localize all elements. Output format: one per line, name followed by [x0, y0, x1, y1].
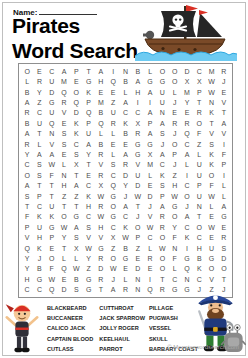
grid-cell[interactable]: O [107, 253, 119, 263]
grid-cell[interactable]: A [144, 128, 156, 138]
grid-cell[interactable]: R [107, 118, 119, 128]
grid-cell[interactable]: A [119, 149, 131, 159]
grid-cell[interactable]: C [132, 108, 144, 118]
grid-cell[interactable]: L [58, 160, 70, 170]
grid-cell[interactable]: S [33, 160, 45, 170]
grid-cell[interactable]: V [144, 212, 156, 222]
grid-cell[interactable]: X [132, 118, 144, 128]
grid-cell[interactable]: Q [107, 181, 119, 191]
grid-cell[interactable]: R [181, 118, 193, 128]
grid-cell[interactable]: X [144, 149, 156, 159]
grid-cell[interactable]: R [169, 118, 181, 128]
grid-cell[interactable]: C [181, 181, 193, 191]
grid-cell[interactable]: H [132, 87, 144, 97]
grid-cell[interactable]: V [218, 128, 230, 138]
grid-cell[interactable]: R [21, 108, 33, 118]
grid-cell[interactable]: C [169, 274, 181, 284]
grid-cell[interactable]: O [156, 66, 168, 76]
grid-cell[interactable]: C [70, 139, 82, 149]
grid-cell[interactable]: R [132, 128, 144, 138]
grid-cell[interactable]: C [21, 160, 33, 170]
grid-cell[interactable]: J [169, 160, 181, 170]
grid-cell[interactable]: C [21, 285, 33, 295]
grid-cell[interactable]: E [119, 139, 131, 149]
grid-cell[interactable]: N [205, 97, 217, 107]
grid-cell[interactable]: P [21, 222, 33, 232]
grid-cell[interactable]: J [218, 76, 230, 86]
grid-cell[interactable]: S [70, 285, 82, 295]
grid-cell[interactable]: W [46, 160, 58, 170]
grid-cell[interactable]: H [33, 233, 45, 243]
grid-cell[interactable]: W [119, 233, 131, 243]
grid-cell[interactable]: K [82, 87, 94, 97]
grid-cell[interactable]: T [95, 285, 107, 295]
grid-cell[interactable]: G [33, 274, 45, 284]
grid-cell[interactable]: L [95, 128, 107, 138]
grid-cell[interactable]: S [70, 233, 82, 243]
grid-cell[interactable]: N [132, 285, 144, 295]
grid-cell[interactable]: G [169, 201, 181, 211]
word-list-item[interactable]: JACK SPARROW [99, 313, 149, 323]
word-list-item[interactable]: CUTLASS [47, 344, 99, 354]
grid-cell[interactable]: G [156, 76, 168, 86]
grid-cell[interactable]: Q [21, 243, 33, 253]
grid-cell[interactable]: B [132, 66, 144, 76]
grid-cell[interactable]: L [181, 160, 193, 170]
grid-cell[interactable]: M [181, 87, 193, 97]
grid-cell[interactable]: V [205, 274, 217, 284]
grid-cell[interactable]: C [181, 139, 193, 149]
grid-cell[interactable]: O [132, 222, 144, 232]
grid-cell[interactable]: B [70, 274, 82, 284]
grid-cell[interactable]: N [169, 243, 181, 253]
grid-cell[interactable]: E [119, 264, 131, 274]
grid-cell[interactable]: G [70, 212, 82, 222]
grid-cell[interactable]: B [33, 264, 45, 274]
grid-cell[interactable]: R [21, 139, 33, 149]
grid-cell[interactable]: O [46, 253, 58, 263]
grid-cell[interactable]: K [205, 149, 217, 159]
grid-cell[interactable]: N [46, 128, 58, 138]
grid-cell[interactable]: J [169, 128, 181, 138]
grid-cell[interactable]: N [132, 274, 144, 284]
grid-cell[interactable]: P [193, 87, 205, 97]
grid-cell[interactable]: K [156, 170, 168, 180]
grid-cell[interactable]: A [144, 87, 156, 97]
grid-cell[interactable]: E [58, 149, 70, 159]
grid-cell[interactable]: E [95, 87, 107, 97]
grid-cell[interactable]: O [169, 66, 181, 76]
grid-cell[interactable]: B [95, 139, 107, 149]
grid-cell[interactable]: D [58, 285, 70, 295]
grid-cell[interactable]: N [119, 66, 131, 76]
grid-cell[interactable]: Q [95, 118, 107, 128]
grid-cell[interactable]: U [46, 201, 58, 211]
grid-cell[interactable]: I [144, 274, 156, 284]
grid-cell[interactable]: W [70, 264, 82, 274]
grid-cell[interactable]: C [46, 66, 58, 76]
grid-cell[interactable]: B [119, 76, 131, 86]
grid-cell[interactable]: T [58, 201, 70, 211]
grid-cell[interactable]: E [205, 212, 217, 222]
grid-cell[interactable]: W [46, 274, 58, 284]
grid-cell[interactable]: I [181, 170, 193, 180]
grid-cell[interactable]: L [107, 149, 119, 159]
grid-cell[interactable]: F [21, 212, 33, 222]
grid-cell[interactable]: R [95, 201, 107, 211]
grid-cell[interactable]: L [144, 243, 156, 253]
grid-cell[interactable]: Z [70, 191, 82, 201]
grid-cell[interactable]: J [33, 253, 45, 263]
grid-cell[interactable]: E [33, 66, 45, 76]
grid-cell[interactable]: V [82, 233, 94, 243]
grid-cell[interactable]: B [21, 118, 33, 128]
grid-cell[interactable]: H [82, 201, 94, 211]
grid-cell[interactable]: N [193, 201, 205, 211]
grid-cell[interactable]: R [119, 285, 131, 295]
grid-cell[interactable]: F [193, 128, 205, 138]
grid-cell[interactable]: G [82, 274, 94, 284]
grid-cell[interactable]: J [169, 97, 181, 107]
grid-cell[interactable]: O [156, 253, 168, 263]
grid-cell[interactable]: G [144, 76, 156, 86]
grid-cell[interactable]: A [70, 222, 82, 232]
grid-cell[interactable]: L [169, 264, 181, 274]
grid-cell[interactable]: A [58, 66, 70, 76]
grid-cell[interactable]: C [33, 201, 45, 211]
grid-cell[interactable]: L [58, 253, 70, 263]
grid-cell[interactable]: Q [70, 97, 82, 107]
grid-cell[interactable]: V [58, 108, 70, 118]
grid-cell[interactable]: Q [58, 87, 70, 97]
grid-cell[interactable]: Q [82, 108, 94, 118]
grid-cell[interactable]: G [205, 253, 217, 263]
grid-cell[interactable]: A [132, 76, 144, 86]
grid-cell[interactable]: D [132, 264, 144, 274]
grid-cell[interactable]: Y [119, 181, 131, 191]
grid-cell[interactable]: S [21, 191, 33, 201]
grid-cell[interactable]: D [144, 191, 156, 201]
grid-cell[interactable]: G [132, 139, 144, 149]
grid-cell[interactable]: J [144, 201, 156, 211]
grid-cell[interactable]: S [82, 222, 94, 232]
grid-cell[interactable]: C [119, 108, 131, 118]
grid-cell[interactable]: U [205, 243, 217, 253]
grid-cell[interactable]: G [132, 149, 144, 159]
grid-cell[interactable]: O [21, 66, 33, 76]
grid-cell[interactable]: E [107, 87, 119, 97]
grid-cell[interactable]: D [218, 253, 230, 263]
grid-cell[interactable]: R [218, 66, 230, 76]
grid-cell[interactable]: L [107, 128, 119, 138]
grid-cell[interactable]: P [46, 233, 58, 243]
grid-cell[interactable]: V [95, 233, 107, 243]
grid-cell[interactable]: E [70, 76, 82, 86]
grid-cell[interactable]: V [205, 128, 217, 138]
grid-cell[interactable]: A [218, 201, 230, 211]
grid-cell[interactable]: K [205, 108, 217, 118]
grid-cell[interactable]: U [193, 191, 205, 201]
grid-cell[interactable]: H [21, 274, 33, 284]
grid-cell[interactable]: W [144, 222, 156, 232]
grid-cell[interactable]: R [193, 108, 205, 118]
grid-cell[interactable]: R [119, 160, 131, 170]
grid-cell[interactable]: L [169, 87, 181, 97]
grid-cell[interactable]: E [169, 108, 181, 118]
grid-cell[interactable]: L [144, 66, 156, 76]
grid-cell[interactable]: C [33, 285, 45, 295]
grid-cell[interactable]: A [107, 285, 119, 295]
grid-cell[interactable]: O [169, 212, 181, 222]
grid-cell[interactable]: G [218, 212, 230, 222]
grid-cell[interactable]: T [193, 97, 205, 107]
grid-cell[interactable]: J [156, 139, 168, 149]
grid-cell[interactable]: G [144, 139, 156, 149]
grid-cell[interactable]: T [218, 274, 230, 284]
grid-cell[interactable]: K [82, 191, 94, 201]
grid-cell[interactable]: Y [21, 149, 33, 159]
grid-cell[interactable]: R [58, 97, 70, 107]
grid-cell[interactable]: W [205, 87, 217, 97]
grid-cell[interactable]: F [169, 233, 181, 243]
grid-cell[interactable]: O [205, 170, 217, 180]
grid-cell[interactable]: F [169, 253, 181, 263]
grid-cell[interactable]: B [95, 108, 107, 118]
grid-cell[interactable]: O [107, 201, 119, 211]
grid-cell[interactable]: G [46, 222, 58, 232]
grid-cell[interactable]: C [82, 181, 94, 191]
grid-cell[interactable]: P [218, 160, 230, 170]
grid-cell[interactable]: K [119, 222, 131, 232]
grid-cell[interactable]: U [107, 108, 119, 118]
grid-cell[interactable]: C [193, 66, 205, 76]
grid-cell[interactable]: Y [21, 253, 33, 263]
grid-cell[interactable]: F [218, 149, 230, 159]
grid-cell[interactable]: W [132, 191, 144, 201]
grid-cell[interactable]: P [82, 97, 94, 107]
grid-cell[interactable]: E [144, 181, 156, 191]
grid-cell[interactable]: W [95, 191, 107, 201]
grid-cell[interactable]: B [193, 253, 205, 263]
grid-cell[interactable]: L [119, 274, 131, 284]
grid-cell[interactable]: Z [107, 97, 119, 107]
grid-cell[interactable]: T [218, 108, 230, 118]
grid-cell[interactable]: E [58, 118, 70, 128]
grid-cell[interactable]: E [58, 274, 70, 284]
grid-cell[interactable]: U [132, 170, 144, 180]
grid-cell[interactable]: E [46, 243, 58, 253]
grid-cell[interactable]: A [119, 201, 131, 211]
grid-cell[interactable]: A [21, 181, 33, 191]
grid-cell[interactable]: P [33, 191, 45, 201]
grid-cell[interactable]: Q [46, 285, 58, 295]
grid-cell[interactable]: K [70, 128, 82, 138]
grid-cell[interactable]: P [132, 233, 144, 243]
grid-cell[interactable]: Z [82, 264, 94, 274]
grid-cell[interactable]: E [218, 87, 230, 97]
grid-cell[interactable]: Y [33, 87, 45, 97]
grid-cell[interactable]: Y [21, 264, 33, 274]
word-list-item[interactable]: CAPTAIN BLOOD [47, 334, 99, 344]
grid-cell[interactable]: O [181, 191, 193, 201]
grid-cell[interactable]: X [70, 243, 82, 253]
grid-cell[interactable]: Y [58, 233, 70, 243]
grid-cell[interactable]: G [82, 76, 94, 86]
grid-cell[interactable]: T [82, 160, 94, 170]
grid-cell[interactable]: R [144, 253, 156, 263]
grid-cell[interactable]: D [46, 87, 58, 97]
grid-cell[interactable]: W [95, 212, 107, 222]
grid-cell[interactable]: A [156, 149, 168, 159]
grid-cell[interactable]: C [107, 170, 119, 180]
grid-cell[interactable]: V [46, 139, 58, 149]
grid-cell[interactable]: Z [169, 170, 181, 180]
grid-cell[interactable]: T [156, 274, 168, 284]
grid-cell[interactable]: M [144, 160, 156, 170]
grid-cell[interactable]: P [144, 118, 156, 128]
grid-cell[interactable]: G [107, 191, 119, 201]
grid-cell[interactable]: W [169, 191, 181, 201]
grid-cell[interactable]: T [58, 243, 70, 253]
grid-cell[interactable]: B [119, 128, 131, 138]
grid-cell[interactable]: O [193, 118, 205, 128]
word-list-item[interactable]: PARROT [99, 344, 149, 354]
grid-cell[interactable]: K [119, 118, 131, 128]
word-list-item[interactable]: SKULL [149, 334, 197, 344]
grid-cell[interactable]: A [156, 118, 168, 128]
grid-cell[interactable]: Q [58, 264, 70, 274]
grid-cell[interactable]: M [95, 97, 107, 107]
grid-cell[interactable]: X [193, 76, 205, 86]
grid-cell[interactable]: R [156, 222, 168, 232]
grid-cell[interactable]: H [193, 243, 205, 253]
word-list-item[interactable]: CALICO JACK [47, 323, 99, 333]
grid-cell[interactable]: Q [181, 128, 193, 138]
grid-cell[interactable]: O [156, 264, 168, 274]
grid-cell[interactable]: T [70, 201, 82, 211]
grid-cell[interactable]: L [205, 201, 217, 211]
grid-cell[interactable]: T [33, 128, 45, 138]
grid-cell[interactable]: L [33, 139, 45, 149]
grid-cell[interactable]: T [46, 191, 58, 201]
grid-cell[interactable]: D [70, 108, 82, 118]
grid-cell[interactable]: O [21, 170, 33, 180]
grid-cell[interactable]: L [218, 181, 230, 191]
grid-cell[interactable]: S [33, 170, 45, 180]
grid-cell[interactable]: X [95, 181, 107, 191]
grid-cell[interactable]: D [132, 181, 144, 191]
grid-cell[interactable]: L [144, 170, 156, 180]
grid-cell[interactable]: X [107, 233, 119, 243]
word-list-item[interactable]: BUCCANEER [47, 313, 99, 323]
grid-cell[interactable]: G [46, 97, 58, 107]
word-list-item[interactable]: CUTTHROAT [99, 303, 149, 313]
grid-cell[interactable]: T [193, 212, 205, 222]
grid-cell[interactable]: E [82, 170, 94, 180]
grid-cell[interactable]: R [156, 285, 168, 295]
word-list-item[interactable]: PILLAGE [149, 303, 197, 313]
grid-cell[interactable]: P [169, 149, 181, 159]
grid-cell[interactable]: O [70, 87, 82, 97]
grid-cell[interactable]: T [82, 66, 94, 76]
grid-cell[interactable]: K [70, 118, 82, 128]
grid-cell[interactable]: G [82, 285, 94, 295]
word-list-item[interactable]: PUGWASH [149, 313, 197, 323]
grid-cell[interactable]: K [181, 233, 193, 243]
grid-cell[interactable]: O [205, 264, 217, 274]
grid-cell[interactable]: D [181, 66, 193, 76]
grid-cell[interactable]: Y [82, 253, 94, 263]
grid-cell[interactable]: R [33, 76, 45, 86]
grid-cell[interactable]: U [156, 87, 168, 97]
grid-cell[interactable]: O [193, 222, 205, 232]
grid-cell[interactable]: I [218, 170, 230, 180]
grid-cell[interactable]: L [218, 191, 230, 201]
grid-cell[interactable]: I [132, 97, 144, 107]
grid-cell[interactable]: V [21, 233, 33, 243]
grid-cell[interactable]: M [58, 76, 70, 86]
grid-cell[interactable]: N [181, 274, 193, 284]
grid-cell[interactable]: U [193, 170, 205, 180]
grid-cell[interactable]: C [82, 212, 94, 222]
grid-cell[interactable]: H [58, 181, 70, 191]
grid-cell[interactable]: G [181, 253, 193, 263]
grid-cell[interactable]: S [70, 149, 82, 159]
grid-cell[interactable]: U [33, 118, 45, 128]
grid-cell[interactable]: G [181, 285, 193, 295]
grid-cell[interactable]: U [33, 222, 45, 232]
grid-cell[interactable]: G [169, 285, 181, 295]
grid-cell[interactable]: Q [107, 76, 119, 86]
grid-cell[interactable]: V [218, 97, 230, 107]
grid-cell[interactable]: U [46, 108, 58, 118]
grid-cell[interactable]: M [205, 66, 217, 76]
grid-cell[interactable]: V [95, 160, 107, 170]
grid-cell[interactable]: P [82, 118, 94, 128]
grid-cell[interactable]: C [156, 160, 168, 170]
grid-cell[interactable]: A [144, 108, 156, 118]
grid-cell[interactable]: Z [193, 139, 205, 149]
grid-cell[interactable]: S [58, 139, 70, 149]
grid-cell[interactable]: C [107, 222, 119, 232]
grid-cell[interactable]: Y [169, 222, 181, 232]
grid-cell[interactable]: D [95, 264, 107, 274]
word-list-item[interactable]: KEELHAUL [99, 334, 149, 344]
grid-cell[interactable]: E [205, 233, 217, 243]
grid-cell[interactable]: G [119, 253, 131, 263]
grid-cell[interactable]: K [33, 212, 45, 222]
grid-cell[interactable]: A [46, 149, 58, 159]
grid-cell[interactable]: Z [107, 243, 119, 253]
grid-cell[interactable]: L [193, 149, 205, 159]
word-list-item[interactable]: VESSEL [149, 323, 197, 333]
grid-cell[interactable]: I [107, 66, 119, 76]
grid-cell[interactable]: Q [46, 118, 58, 128]
grid-cell[interactable]: R [95, 149, 107, 159]
grid-cell[interactable]: G [95, 243, 107, 253]
grid-cell[interactable]: W [205, 191, 217, 201]
grid-cell[interactable]: E [181, 108, 193, 118]
grid-cell[interactable]: Y [82, 149, 94, 159]
grid-cell[interactable]: T [132, 201, 144, 211]
grid-cell[interactable]: U [82, 128, 94, 138]
grid-cell[interactable]: Z [58, 191, 70, 201]
grid-cell[interactable]: O [218, 264, 230, 274]
grid-cell[interactable]: X [70, 160, 82, 170]
grid-cell[interactable]: W [205, 222, 217, 232]
grid-cell[interactable]: N [58, 170, 70, 180]
grid-cell[interactable]: O [169, 139, 181, 149]
